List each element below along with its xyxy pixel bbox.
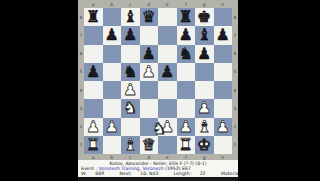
black-knight-c5[interactable]: ♞: [123, 63, 137, 79]
square-f7[interactable]: ♟: [177, 26, 196, 44]
square-g3[interactable]: ♟: [195, 99, 214, 117]
black-pawn-b7[interactable]: ♟: [105, 27, 119, 43]
next-move-label: Next:: [120, 171, 132, 176]
stats-line: W: 609 Next: 10. Nd3 Length: 22 Material…: [78, 171, 238, 176]
square-h4[interactable]: [214, 81, 233, 99]
square-d6[interactable]: ♟: [140, 45, 159, 63]
square-a3[interactable]: [84, 99, 103, 117]
square-f4[interactable]: [177, 81, 196, 99]
square-h1[interactable]: [214, 136, 233, 154]
chess-viewer-window: abcdefgh 87654321 ♜♝♛♜♚♟♟♟♝♟♟♞♟♟♞♟♟♟♞♟♟♟…: [78, 0, 238, 180]
square-f5[interactable]: [177, 63, 196, 81]
rank-label-8: 8: [234, 15, 237, 20]
white-pawn-f2[interactable]: ♟: [179, 118, 193, 134]
square-h2[interactable]: ♟: [214, 118, 233, 136]
white-pawn-g3[interactable]: ♟: [197, 100, 211, 116]
square-h7[interactable]: ♟: [214, 26, 233, 44]
square-e8[interactable]: [158, 8, 177, 26]
black-pawn-g6[interactable]: ♟: [197, 45, 211, 61]
black-pawn-f7[interactable]: ♟: [179, 27, 193, 43]
white-knight-c3[interactable]: ♞: [123, 100, 137, 116]
white-pawn-h2[interactable]: ♟: [216, 118, 230, 134]
square-b1[interactable]: [103, 136, 122, 154]
rank-label-4: 4: [234, 88, 237, 93]
file-label-b: b: [110, 155, 113, 160]
square-f2[interactable]: ♟: [177, 118, 196, 136]
white-pawn-b2[interactable]: ♟: [105, 118, 119, 134]
square-d7[interactable]: [140, 26, 159, 44]
length-label: Length:: [174, 171, 191, 176]
rank-label-3: 3: [80, 106, 83, 111]
w-label: W:: [81, 171, 87, 176]
white-knight-in-transit: ♞: [152, 121, 166, 137]
white-pawn-a2[interactable]: ♟: [86, 118, 100, 134]
square-e7[interactable]: [158, 26, 177, 44]
square-b7[interactable]: ♟: [103, 26, 122, 44]
square-d4[interactable]: [140, 81, 159, 99]
rank-label-2: 2: [80, 124, 83, 129]
black-bishop-c8[interactable]: ♝: [123, 9, 137, 25]
square-c8[interactable]: ♝: [121, 8, 140, 26]
white-rook-a1[interactable]: ♜: [86, 136, 100, 152]
white-bishop-g2[interactable]: ♝: [197, 118, 211, 134]
rank-label-7: 7: [234, 33, 237, 38]
square-g7[interactable]: ♝: [195, 26, 214, 44]
square-g2[interactable]: ♝: [195, 118, 214, 136]
file-label-h: h: [221, 155, 224, 160]
game-result: (0-1): [195, 161, 206, 166]
next-move-value: 10. Nd3: [140, 171, 158, 176]
white-pawn-d5[interactable]: ♟: [142, 63, 156, 79]
black-queen-d8[interactable]: ♛: [142, 9, 156, 25]
rank-label-5: 5: [234, 69, 237, 74]
square-h3[interactable]: [214, 99, 233, 117]
square-f3[interactable]: [177, 99, 196, 117]
square-f8[interactable]: ♜: [177, 8, 196, 26]
file-label-e: e: [166, 155, 169, 160]
square-d5[interactable]: ♟: [140, 63, 159, 81]
black-king-g8[interactable]: ♚: [197, 9, 211, 25]
square-g8[interactable]: ♚: [195, 8, 214, 26]
square-d3[interactable]: [140, 99, 159, 117]
rank-label-6: 6: [234, 51, 237, 56]
square-g5[interactable]: [195, 63, 214, 81]
square-g6[interactable]: ♟: [195, 45, 214, 63]
square-c4[interactable]: ♟: [121, 81, 140, 99]
rank-label-4: 4: [80, 88, 83, 93]
square-a1[interactable]: ♜: [84, 136, 103, 154]
square-f6[interactable]: ♞: [177, 45, 196, 63]
chess-board[interactable]: ♜♝♛♜♚♟♟♟♝♟♟♞♟♟♞♟♟♟♞♟♟♟♟♟♝♟♜♝♛♜♚♞: [84, 8, 232, 154]
event-year: (1952): [165, 166, 180, 171]
square-e1[interactable]: [158, 136, 177, 154]
square-b2[interactable]: ♟: [103, 118, 122, 136]
black-pawn-a5[interactable]: ♟: [86, 63, 100, 79]
square-b6[interactable]: [103, 45, 122, 63]
square-a7[interactable]: [84, 26, 103, 44]
square-b8[interactable]: [103, 8, 122, 26]
black-pawn-e5[interactable]: ♟: [160, 63, 174, 79]
square-g4[interactable]: [195, 81, 214, 99]
rank-label-1: 1: [234, 142, 237, 147]
square-a4[interactable]: [84, 81, 103, 99]
file-label-e: e: [166, 2, 169, 7]
square-f1[interactable]: ♜: [177, 136, 196, 154]
square-a5[interactable]: ♟: [84, 63, 103, 81]
rank-label-6: 6: [80, 51, 83, 56]
w-value: 609: [95, 171, 104, 176]
square-b4[interactable]: [103, 81, 122, 99]
black-bishop-g7[interactable]: ♝: [197, 27, 211, 43]
black-pawn-d6[interactable]: ♟: [142, 45, 156, 61]
rank-label-2: 2: [234, 124, 237, 129]
square-e5[interactable]: ♟: [158, 63, 177, 81]
square-e4[interactable]: [158, 81, 177, 99]
length-value: 22: [200, 171, 206, 176]
white-rook-f1[interactable]: ♜: [179, 136, 193, 152]
square-c1[interactable]: ♝: [121, 136, 140, 154]
black-rook-a8[interactable]: ♜: [86, 9, 100, 25]
square-c7[interactable]: ♟: [121, 26, 140, 44]
rank-label-8: 8: [80, 15, 83, 20]
black-rook-f8[interactable]: ♜: [179, 9, 193, 25]
material-label: Material:: [221, 171, 238, 176]
file-label-h: h: [221, 2, 224, 7]
square-b3[interactable]: [103, 99, 122, 117]
file-label-c: c: [129, 155, 131, 160]
file-label-d: d: [147, 155, 150, 160]
eco-code: E67: [182, 166, 191, 171]
square-h6[interactable]: [214, 45, 233, 63]
rank-label-3: 3: [234, 106, 237, 111]
square-e6[interactable]: [158, 45, 177, 63]
file-label-a: a: [92, 155, 95, 160]
square-a2[interactable]: ♟: [84, 118, 103, 136]
game-info-panel: Kotov, Alexander - Keller, Ellis F (?-?)…: [78, 160, 238, 177]
square-b5[interactable]: [103, 63, 122, 81]
white-pawn-c4[interactable]: ♟: [123, 82, 137, 98]
white-king-g1[interactable]: ♚: [197, 136, 211, 152]
square-d1[interactable]: ♛: [140, 136, 159, 154]
event-link[interactable]: Voronezh Training: [99, 166, 140, 171]
square-c6[interactable]: [121, 45, 140, 63]
square-c5[interactable]: ♞: [121, 63, 140, 81]
black-pawn-h7[interactable]: ♟: [216, 27, 230, 43]
rank-label-5: 5: [80, 69, 83, 74]
white-bishop-c1[interactable]: ♝: [123, 136, 137, 152]
event-label: Event :: [81, 166, 97, 171]
file-label-f: f: [185, 155, 187, 160]
black-pawn-c7[interactable]: ♟: [123, 27, 137, 43]
square-c3[interactable]: ♞: [121, 99, 140, 117]
file-label-b: b: [110, 2, 113, 7]
rank-label-1: 1: [80, 142, 83, 147]
square-c2[interactable]: [121, 118, 140, 136]
moving-white-knight[interactable]: ♞: [150, 120, 169, 138]
square-a8[interactable]: ♜: [84, 8, 103, 26]
square-h5[interactable]: [214, 63, 233, 81]
site-link[interactable]: Voronezh: [142, 166, 163, 171]
bottom-edge-bar: [78, 177, 238, 181]
square-g1[interactable]: ♚: [195, 136, 214, 154]
square-a6[interactable]: [84, 45, 103, 63]
rank-label-7: 7: [80, 33, 83, 38]
black-knight-f6[interactable]: ♞: [179, 45, 193, 61]
square-d8[interactable]: ♛: [140, 8, 159, 26]
square-e3[interactable]: [158, 99, 177, 117]
rank-labels-right: 87654321: [232, 8, 238, 154]
square-h8[interactable]: [214, 8, 233, 26]
white-queen-d1[interactable]: ♛: [142, 136, 156, 152]
file-label-g: g: [203, 155, 206, 160]
